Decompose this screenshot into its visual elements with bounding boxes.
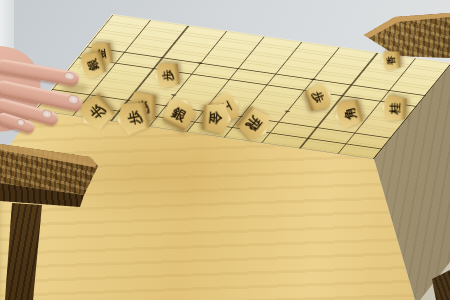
- piece-kanji: 金: [207, 111, 222, 126]
- piece-face: 金: [201, 100, 232, 138]
- piece-face: 歩: [72, 89, 119, 136]
- piece-kanji: 歩: [87, 101, 107, 121]
- piece-kanji: 銀: [169, 106, 187, 124]
- piece-kanji: 歩: [309, 91, 324, 106]
- shogi-piece-silver-6h[interactable]: 銀: [157, 92, 201, 134]
- shogi-piece-pawn-3e[interactable]: 歩: [302, 79, 335, 116]
- shogi-piece-bishop-2f[interactable]: 角: [331, 95, 364, 132]
- piece-kanji: 歩: [126, 109, 143, 126]
- piece-face: 歩: [154, 59, 181, 91]
- piece-face: 香: [381, 48, 402, 73]
- piece-face: 桂: [381, 92, 408, 124]
- piece-kanji: 角: [342, 105, 357, 120]
- piece-kanji: 桂: [390, 102, 403, 115]
- piece-kanji: 飛: [244, 113, 263, 132]
- shogi-piece-pawn-7e[interactable]: 歩: [154, 59, 181, 91]
- shogi-photo-scene: 金銀歩歩歩歩歩銀金玉飛香桂角: [0, 0, 450, 300]
- piece-face: 銀: [157, 92, 201, 134]
- shogi-piece-knight-1e[interactable]: 桂: [381, 92, 408, 124]
- shogi-piece-gold-5h[interactable]: 金: [201, 100, 232, 138]
- piece-face: 角: [331, 95, 364, 132]
- piece-face: 歩: [302, 79, 335, 116]
- shogi-piece-pawn-8i[interactable]: 歩: [72, 89, 119, 136]
- piece-kanji: 銀: [86, 57, 101, 72]
- piece-kanji: 香: [387, 55, 397, 65]
- pieces-layer: 金銀歩歩歩歩歩銀金玉飛香桂角: [0, 0, 450, 300]
- shogi-piece-lance-2a[interactable]: 香: [381, 48, 402, 73]
- piece-kanji: 歩: [163, 69, 176, 82]
